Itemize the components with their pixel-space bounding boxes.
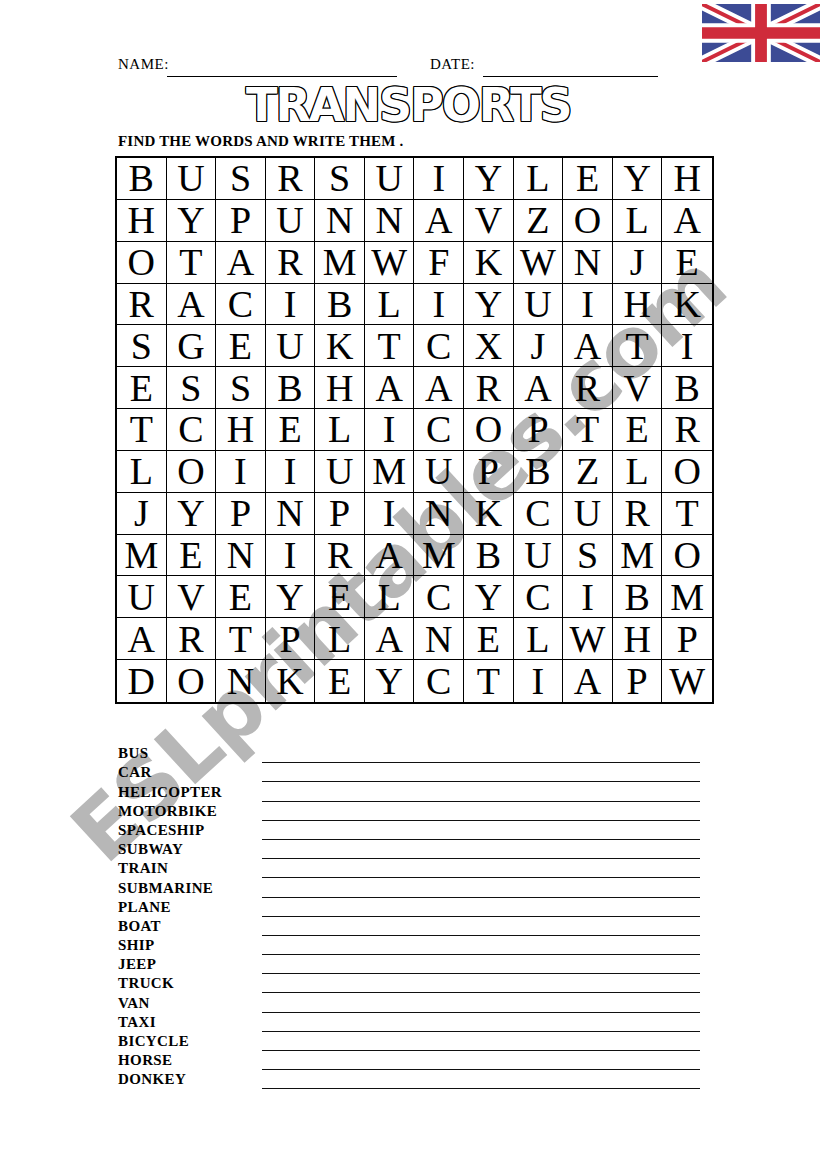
grid-cell-r6c3[interactable]: S — [216, 367, 266, 409]
grid-cell-r7c4[interactable]: E — [266, 409, 316, 451]
grid-cell-r3c2[interactable]: T — [167, 242, 217, 284]
grid-cell-r2c1[interactable]: H — [117, 200, 167, 242]
word-list-item: SPACESHIP — [118, 822, 205, 839]
word-row: CAR — [118, 763, 700, 782]
grid-cell-r6c4[interactable]: B — [266, 367, 316, 409]
word-row: SHIP — [118, 936, 700, 955]
grid-cell-r4c1[interactable]: R — [117, 284, 167, 326]
worksheet-page: ESLprintables.com NAME: DATE: TRANSPORTS… — [0, 0, 826, 1169]
word-list-item: PLANE — [118, 899, 171, 916]
grid-cell-r2c2[interactable]: Y — [167, 200, 217, 242]
grid-cell-r8c6[interactable]: M — [365, 451, 415, 493]
grid-cell-r2c8[interactable]: V — [464, 200, 514, 242]
grid-cell-r7c10[interactable]: T — [563, 409, 613, 451]
grid-cell-r9c9[interactable]: C — [514, 493, 564, 535]
grid-cell-r6c6[interactable]: A — [365, 367, 415, 409]
word-list-item: BICYCLE — [118, 1033, 189, 1050]
word-list-item: SUBWAY — [118, 841, 183, 858]
grid-cell-r8c12[interactable]: O — [662, 451, 712, 493]
grid-cell-r13c6[interactable]: Y — [365, 660, 415, 702]
grid-cell-r11c10[interactable]: I — [563, 576, 613, 618]
grid-cell-r6c2[interactable]: S — [167, 367, 217, 409]
grid-cell-r4c9[interactable]: U — [514, 284, 564, 326]
grid-cell-r3c6[interactable]: W — [365, 242, 415, 284]
grid-cell-r13c11[interactable]: P — [613, 660, 663, 702]
grid-cell-r8c5[interactable]: U — [315, 451, 365, 493]
grid-cell-r13c8[interactable]: T — [464, 660, 514, 702]
grid-cell-r2c10[interactable]: O — [563, 200, 613, 242]
word-list-item: HORSE — [118, 1052, 173, 1069]
word-row: TRUCK — [118, 974, 700, 993]
grid-cell-r6c10[interactable]: R — [563, 367, 613, 409]
grid-cell-r12c3[interactable]: T — [216, 618, 266, 660]
grid-cell-r9c1[interactable]: J — [117, 493, 167, 535]
grid-cell-r3c4[interactable]: R — [266, 242, 316, 284]
grid-cell-r11c9[interactable]: C — [514, 576, 564, 618]
grid-cell-r4c7[interactable]: I — [414, 284, 464, 326]
grid-cell-r5c2[interactable]: G — [167, 325, 217, 367]
grid-cell-r10c9[interactable]: U — [514, 535, 564, 577]
word-list-item: BOAT — [118, 918, 161, 935]
grid-cell-r1c12[interactable]: H — [662, 158, 712, 200]
grid-cell-r10c2[interactable]: E — [167, 535, 217, 577]
grid-cell-r5c4[interactable]: U — [266, 325, 316, 367]
grid-cell-r11c11[interactable]: B — [613, 576, 663, 618]
word-list-item: SHIP — [118, 937, 155, 954]
grid-cell-r10c11[interactable]: M — [613, 535, 663, 577]
name-blank-line[interactable] — [167, 76, 397, 77]
grid-cell-r12c1[interactable]: A — [117, 618, 167, 660]
grid-cell-r9c3[interactable]: P — [216, 493, 266, 535]
grid-cell-r6c1[interactable]: E — [117, 367, 167, 409]
grid-cell-r4c12[interactable]: K — [662, 284, 712, 326]
grid-cell-r1c9[interactable]: L — [514, 158, 564, 200]
grid-cell-r1c7[interactable]: I — [414, 158, 464, 200]
word-row: HORSE — [118, 1051, 700, 1070]
grid-cell-r4c3[interactable]: C — [216, 284, 266, 326]
grid-cell-r1c6[interactable]: U — [365, 158, 415, 200]
word-list: BUSCARHELICOPTERMOTORBIKESPACESHIPSUBWAY… — [118, 744, 700, 1089]
grid-cell-r12c8[interactable]: E — [464, 618, 514, 660]
grid-cell-r12c9[interactable]: L — [514, 618, 564, 660]
grid-cell-r3c3[interactable]: A — [216, 242, 266, 284]
grid-cell-r12c7[interactable]: N — [414, 618, 464, 660]
grid-cell-r1c10[interactable]: E — [563, 158, 613, 200]
grid-cell-r10c3[interactable]: N — [216, 535, 266, 577]
word-list-item: JEEP — [118, 956, 156, 973]
grid-cell-r4c10[interactable]: I — [563, 284, 613, 326]
uk-flag-icon — [702, 4, 820, 62]
word-row: DONKEY — [118, 1070, 700, 1089]
date-blank-line[interactable] — [483, 76, 658, 77]
grid-cell-r3c12[interactable]: E — [662, 242, 712, 284]
grid-cell-r6c9[interactable]: A — [514, 367, 564, 409]
grid-cell-r4c8[interactable]: Y — [464, 284, 514, 326]
grid-cell-r8c4[interactable]: I — [266, 451, 316, 493]
grid-cell-r10c10[interactable]: S — [563, 535, 613, 577]
word-list-item: VAN — [118, 995, 150, 1012]
grid-cell-r6c11[interactable]: V — [613, 367, 663, 409]
grid-cell-r10c8[interactable]: B — [464, 535, 514, 577]
grid-cell-r10c12[interactable]: O — [662, 535, 712, 577]
word-list-item: SUBMARINE — [118, 880, 213, 897]
grid-cell-r6c5[interactable]: H — [315, 367, 365, 409]
grid-cell-r2c7[interactable]: A — [414, 200, 464, 242]
grid-cell-r4c6[interactable]: L — [365, 284, 415, 326]
grid-cell-r5c10[interactable]: A — [563, 325, 613, 367]
word-row: JEEP — [118, 955, 700, 974]
grid-cell-r2c4[interactable]: U — [266, 200, 316, 242]
word-list-item: DONKEY — [118, 1071, 186, 1088]
grid-cell-r13c4[interactable]: K — [266, 660, 316, 702]
grid-cell-r11c2[interactable]: V — [167, 576, 217, 618]
grid-cell-r2c9[interactable]: Z — [514, 200, 564, 242]
word-row: SPACESHIP — [118, 821, 700, 840]
grid-cell-r9c6[interactable]: I — [365, 493, 415, 535]
grid-cell-r9c2[interactable]: Y — [167, 493, 217, 535]
grid-cell-r11c8[interactable]: Y — [464, 576, 514, 618]
grid-cell-r9c8[interactable]: K — [464, 493, 514, 535]
word-row: BUS — [118, 744, 700, 763]
word-list-item: TAXI — [118, 1014, 156, 1031]
grid-cell-r12c2[interactable]: R — [167, 618, 217, 660]
grid-cell-r10c5[interactable]: R — [315, 535, 365, 577]
grid-cell-r12c10[interactable]: W — [563, 618, 613, 660]
grid-cell-r9c7[interactable]: N — [414, 493, 464, 535]
grid-cell-r6c8[interactable]: R — [464, 367, 514, 409]
grid-cell-r7c11[interactable]: E — [613, 409, 663, 451]
grid-cell-r10c1[interactable]: M — [117, 535, 167, 577]
grid-cell-r5c7[interactable]: C — [414, 325, 464, 367]
grid-cell-r2c12[interactable]: A — [662, 200, 712, 242]
grid-cell-r7c9[interactable]: P — [514, 409, 564, 451]
word-list-item: HELICOPTER — [118, 784, 222, 801]
grid-cell-r11c5[interactable]: E — [315, 576, 365, 618]
word-row: HELICOPTER — [118, 782, 700, 801]
grid-cell-r6c7[interactable]: A — [414, 367, 464, 409]
grid-cell-r1c4[interactable]: R — [266, 158, 316, 200]
grid-cell-r8c10[interactable]: Z — [563, 451, 613, 493]
grid-cell-r12c6[interactable]: A — [365, 618, 415, 660]
word-row: SUBMARINE — [118, 878, 700, 897]
grid-cell-r3c9[interactable]: W — [514, 242, 564, 284]
word-row: VAN — [118, 993, 700, 1012]
grid-cell-r13c2[interactable]: O — [167, 660, 217, 702]
grid-cell-r7c7[interactable]: C — [414, 409, 464, 451]
grid-cell-r9c11[interactable]: R — [613, 493, 663, 535]
grid-cell-r8c11[interactable]: L — [613, 451, 663, 493]
word-list-item: CAR — [118, 764, 152, 781]
grid-cell-r1c3[interactable]: S — [216, 158, 266, 200]
word-row: BICYCLE — [118, 1032, 700, 1051]
grid-cell-r5c6[interactable]: T — [365, 325, 415, 367]
grid-cell-r4c11[interactable]: H — [613, 284, 663, 326]
grid-cell-r1c8[interactable]: Y — [464, 158, 514, 200]
word-list-item: MOTORBIKE — [118, 803, 217, 820]
grid-cell-r2c11[interactable]: L — [613, 200, 663, 242]
grid-cell-r3c11[interactable]: J — [613, 242, 663, 284]
grid-cell-r5c9[interactable]: J — [514, 325, 564, 367]
name-label: NAME: — [118, 56, 169, 73]
grid-cell-r8c9[interactable]: B — [514, 451, 564, 493]
word-list-item: TRAIN — [118, 860, 168, 877]
grid-cell-r6c12[interactable]: B — [662, 367, 712, 409]
grid-cell-r9c10[interactable]: U — [563, 493, 613, 535]
grid-cell-r7c3[interactable]: H — [216, 409, 266, 451]
grid-cell-r5c3[interactable]: E — [216, 325, 266, 367]
grid-cell-r10c7[interactable]: M — [414, 535, 464, 577]
word-search-grid: BUSRSUIYLEYHHYPUNNAVZOLAOTARMWFKWNJERACI… — [115, 156, 714, 704]
grid-cell-r4c4[interactable]: I — [266, 284, 316, 326]
grid-cell-r11c4[interactable]: Y — [266, 576, 316, 618]
grid-cell-r12c4[interactable]: P — [266, 618, 316, 660]
grid-cell-r13c3[interactable]: N — [216, 660, 266, 702]
grid-cell-r13c10[interactable]: A — [563, 660, 613, 702]
grid-cell-r13c5[interactable]: E — [315, 660, 365, 702]
grid-cell-r13c7[interactable]: C — [414, 660, 464, 702]
grid-cell-r11c7[interactable]: C — [414, 576, 464, 618]
grid-cell-r8c3[interactable]: I — [216, 451, 266, 493]
grid-cell-r11c6[interactable]: L — [365, 576, 415, 618]
grid-cell-r9c12[interactable]: T — [662, 493, 712, 535]
grid-cell-r1c11[interactable]: Y — [613, 158, 663, 200]
grid-cell-r13c12[interactable]: W — [662, 660, 712, 702]
grid-cell-r11c1[interactable]: U — [117, 576, 167, 618]
grid-cell-r3c8[interactable]: K — [464, 242, 514, 284]
grid-cell-r12c5[interactable]: L — [315, 618, 365, 660]
grid-cell-r7c2[interactable]: C — [167, 409, 217, 451]
page-title: TRANSPORTS — [246, 78, 571, 132]
grid-cell-r8c7[interactable]: U — [414, 451, 464, 493]
word-list-item: TRUCK — [118, 975, 174, 992]
word-row: PLANE — [118, 898, 700, 917]
word-row: SUBWAY — [118, 840, 700, 859]
grid-cell-r2c5[interactable]: N — [315, 200, 365, 242]
grid-cell-r1c1[interactable]: B — [117, 158, 167, 200]
grid-cell-r10c4[interactable]: I — [266, 535, 316, 577]
grid-cell-r13c9[interactable]: I — [514, 660, 564, 702]
grid-cell-r4c2[interactable]: A — [167, 284, 217, 326]
grid-cell-r3c7[interactable]: F — [414, 242, 464, 284]
grid-cell-r5c12[interactable]: I — [662, 325, 712, 367]
grid-cell-r12c11[interactable]: H — [613, 618, 663, 660]
date-label: DATE: — [430, 56, 475, 73]
grid-cell-r4c5[interactable]: B — [315, 284, 365, 326]
grid-cell-r8c2[interactable]: O — [167, 451, 217, 493]
grid-cell-r5c8[interactable]: X — [464, 325, 514, 367]
grid-cell-r11c12[interactable]: M — [662, 576, 712, 618]
grid-cell-r7c8[interactable]: O — [464, 409, 514, 451]
grid-cell-r5c5[interactable]: K — [315, 325, 365, 367]
word-row: TAXI — [118, 1013, 700, 1032]
word-row: TRAIN — [118, 859, 700, 878]
grid-cell-r3c5[interactable]: M — [315, 242, 365, 284]
grid-cell-r7c12[interactable]: R — [662, 409, 712, 451]
instruction-text: FIND THE WORDS AND WRITE THEM . — [118, 133, 404, 150]
word-row: BOAT — [118, 917, 700, 936]
word-row: MOTORBIKE — [118, 802, 700, 821]
grid-cell-r1c2[interactable]: U — [167, 158, 217, 200]
grid-cell-r2c3[interactable]: P — [216, 200, 266, 242]
grid-cell-r9c5[interactable]: P — [315, 493, 365, 535]
word-list-item: BUS — [118, 745, 148, 762]
grid-cell-r5c11[interactable]: T — [613, 325, 663, 367]
grid-cell-r2c6[interactable]: N — [365, 200, 415, 242]
grid-cell-r1c5[interactable]: S — [315, 158, 365, 200]
grid-cell-r9c4[interactable]: N — [266, 493, 316, 535]
grid-cell-r11c3[interactable]: E — [216, 576, 266, 618]
grid-cell-r3c10[interactable]: N — [563, 242, 613, 284]
answer-blank-line[interactable] — [262, 1088, 700, 1089]
grid-cell-r13c1[interactable]: D — [117, 660, 167, 702]
grid-cell-r7c5[interactable]: L — [315, 409, 365, 451]
grid-cell-r7c6[interactable]: I — [365, 409, 415, 451]
grid-cell-r12c12[interactable]: P — [662, 618, 712, 660]
grid-cell-r10c6[interactable]: A — [365, 535, 415, 577]
grid-cell-r7c1[interactable]: T — [117, 409, 167, 451]
grid-cell-r3c1[interactable]: O — [117, 242, 167, 284]
grid-cell-r5c1[interactable]: S — [117, 325, 167, 367]
grid-cell-r8c1[interactable]: L — [117, 451, 167, 493]
grid-cell-r8c8[interactable]: P — [464, 451, 514, 493]
